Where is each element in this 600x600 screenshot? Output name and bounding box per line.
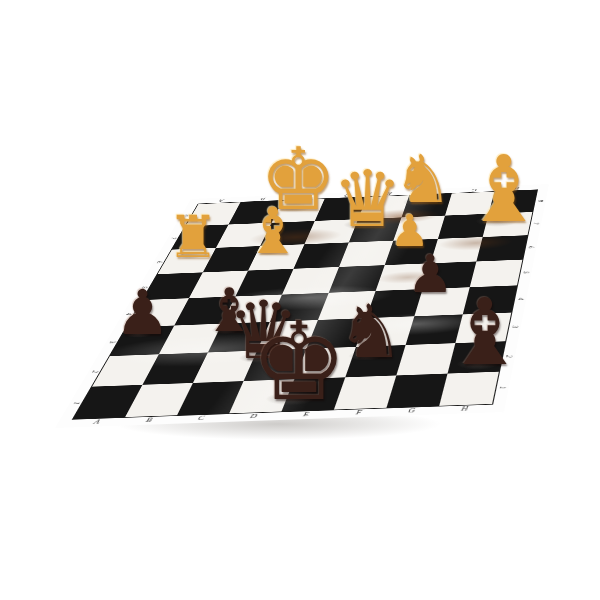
rank-label-right-8: 8 bbox=[536, 200, 544, 202]
file-label-bottom-g: G bbox=[408, 408, 416, 414]
rank-label-left-7: 7 bbox=[169, 237, 178, 239]
file-label-bottom-d: D bbox=[249, 414, 258, 420]
square-g6 bbox=[430, 237, 482, 263]
rank-label-left-4: 4 bbox=[124, 312, 133, 315]
square-g7 bbox=[438, 214, 489, 239]
square-h4 bbox=[463, 285, 517, 314]
square-f8 bbox=[402, 193, 452, 217]
rank-label-right-3: 3 bbox=[510, 325, 519, 328]
chessboard-sheet: AA88BB77CC66DD55EE44FF33GG22HH11 bbox=[55, 184, 549, 428]
rank-label-right-2: 2 bbox=[504, 355, 513, 358]
rank-label-left-2: 2 bbox=[90, 370, 100, 373]
square-g4 bbox=[414, 287, 469, 316]
square-g1 bbox=[386, 374, 447, 408]
square-g3 bbox=[406, 314, 463, 345]
square-h2 bbox=[448, 341, 506, 373]
rank-label-left-3: 3 bbox=[107, 340, 117, 343]
file-label-bottom-a: A bbox=[92, 419, 101, 425]
rank-label-right-5: 5 bbox=[521, 271, 529, 274]
square-h5 bbox=[470, 260, 523, 288]
square-g8 bbox=[445, 192, 494, 216]
file-label-top-a: A bbox=[218, 199, 224, 203]
product-photo-stage: AA88BB77CC66DD55EE44FF33GG22HH11 ♚♛♞♝♝♜♟… bbox=[0, 0, 600, 600]
square-h7 bbox=[483, 212, 533, 237]
rank-label-right-7: 7 bbox=[532, 222, 540, 224]
rank-label-right-1: 1 bbox=[497, 386, 506, 389]
rank-label-right-4: 4 bbox=[516, 297, 525, 300]
file-label-top-h: H bbox=[513, 186, 519, 190]
file-label-bottom-e: E bbox=[302, 412, 310, 418]
square-h6 bbox=[476, 235, 527, 261]
rank-label-right-6: 6 bbox=[527, 246, 535, 248]
file-label-top-e: E bbox=[386, 191, 392, 195]
rank-label-left-8: 8 bbox=[182, 214, 190, 216]
file-label-bottom-b: B bbox=[145, 417, 153, 423]
file-label-top-f: F bbox=[429, 190, 435, 194]
file-label-bottom-f: F bbox=[355, 410, 362, 416]
file-label-top-c: C bbox=[302, 195, 308, 199]
square-g2 bbox=[396, 343, 455, 375]
file-label-top-b: B bbox=[260, 197, 266, 201]
file-label-top-d: D bbox=[344, 193, 351, 197]
rank-label-left-6: 6 bbox=[155, 261, 164, 263]
file-label-bottom-c: C bbox=[197, 416, 206, 422]
rank-label-left-1: 1 bbox=[71, 401, 81, 404]
file-label-top-g: G bbox=[471, 188, 477, 192]
file-label-bottom-h: H bbox=[461, 406, 469, 412]
board-play-area bbox=[73, 190, 537, 419]
square-h8 bbox=[489, 190, 537, 214]
rank-label-left-5: 5 bbox=[140, 286, 149, 289]
square-h3 bbox=[455, 313, 511, 344]
square-h1 bbox=[439, 372, 499, 406]
square-g5 bbox=[423, 261, 477, 289]
